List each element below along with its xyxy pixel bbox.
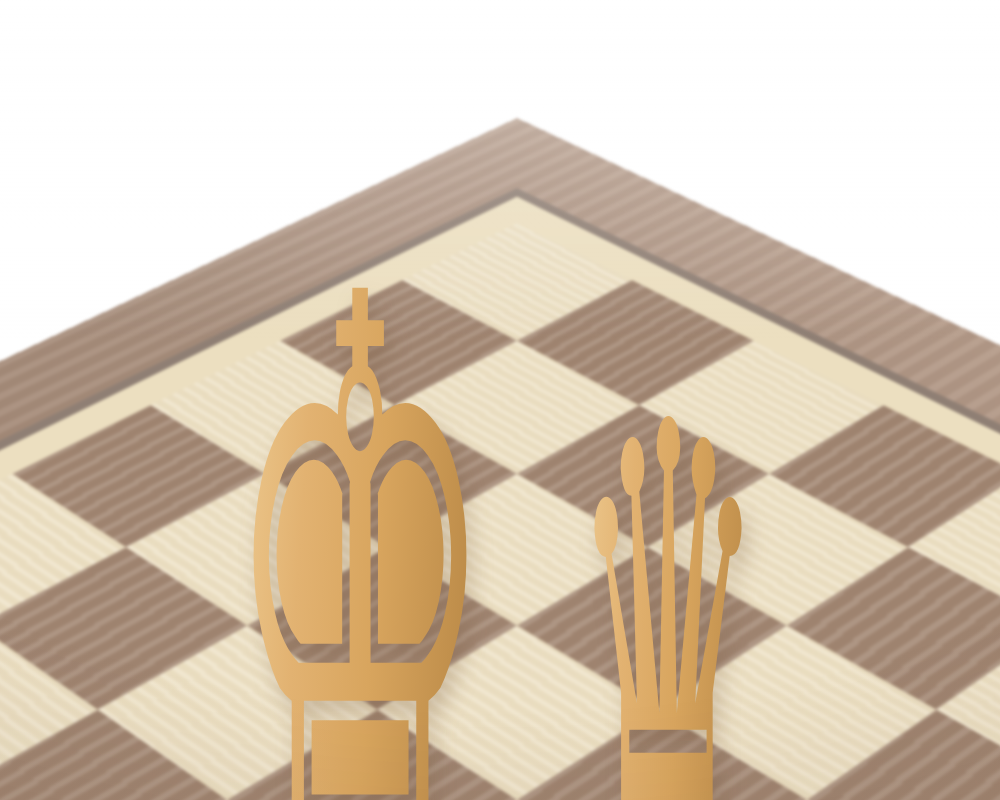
white-king-glyph: ♚ (224, 284, 497, 800)
product-photo: ♚ ♛ (0, 0, 1000, 800)
white-queen-glyph: ♛ (570, 413, 765, 800)
white-queen-piece: ♛ (668, 413, 1000, 800)
